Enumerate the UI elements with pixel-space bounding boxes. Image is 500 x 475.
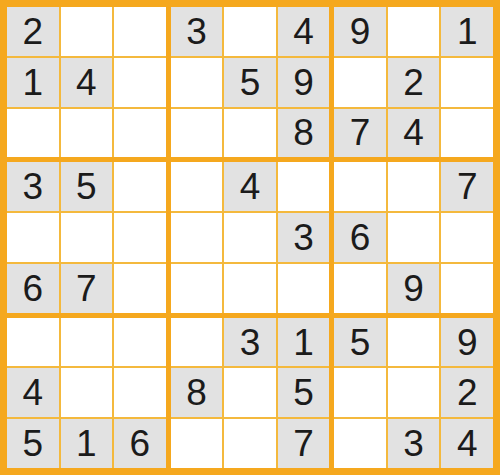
sudoku-block-8: 31857 bbox=[171, 318, 330, 468]
cell-r2c5: 5 bbox=[224, 58, 276, 107]
cell-r5c2[interactable] bbox=[61, 213, 113, 262]
cell-r4c5: 4 bbox=[224, 162, 276, 211]
cell-r9c4[interactable] bbox=[171, 419, 223, 468]
cell-r5c1[interactable] bbox=[7, 213, 59, 262]
cell-r8c9: 2 bbox=[441, 368, 493, 417]
sudoku-block-6: 769 bbox=[334, 162, 493, 312]
cell-r7c4[interactable] bbox=[171, 318, 223, 367]
cell-r5c5[interactable] bbox=[224, 213, 276, 262]
cell-r1c4: 3 bbox=[171, 7, 223, 56]
cell-r1c7: 9 bbox=[334, 7, 386, 56]
cell-r7c9: 9 bbox=[441, 318, 493, 367]
cell-r3c8: 4 bbox=[388, 109, 440, 158]
cell-r4c9: 7 bbox=[441, 162, 493, 211]
cell-r4c1: 3 bbox=[7, 162, 59, 211]
cell-r7c6: 1 bbox=[278, 318, 330, 367]
cell-r2c4[interactable] bbox=[171, 58, 223, 107]
cell-r3c5[interactable] bbox=[224, 109, 276, 158]
cell-r3c2[interactable] bbox=[61, 109, 113, 158]
cell-r1c2[interactable] bbox=[61, 7, 113, 56]
cell-r4c6[interactable] bbox=[278, 162, 330, 211]
cell-r5c8[interactable] bbox=[388, 213, 440, 262]
cell-r1c1: 2 bbox=[7, 7, 59, 56]
cell-r3c1[interactable] bbox=[7, 109, 59, 158]
cell-r3c7: 7 bbox=[334, 109, 386, 158]
cell-r7c1[interactable] bbox=[7, 318, 59, 367]
cell-r1c8[interactable] bbox=[388, 7, 440, 56]
cell-r6c6[interactable] bbox=[278, 264, 330, 313]
cell-r4c7[interactable] bbox=[334, 162, 386, 211]
cell-r3c6: 8 bbox=[278, 109, 330, 158]
sudoku-board: 214345989127435674376945163185759234 bbox=[0, 0, 500, 475]
cell-r7c7: 5 bbox=[334, 318, 386, 367]
cell-r5c9[interactable] bbox=[441, 213, 493, 262]
cell-r1c9: 1 bbox=[441, 7, 493, 56]
cell-r1c5[interactable] bbox=[224, 7, 276, 56]
cell-r6c4[interactable] bbox=[171, 264, 223, 313]
cell-r8c3[interactable] bbox=[114, 368, 166, 417]
cell-r3c9[interactable] bbox=[441, 109, 493, 158]
sudoku-block-9: 59234 bbox=[334, 318, 493, 468]
cell-r6c8: 9 bbox=[388, 264, 440, 313]
cell-r8c7[interactable] bbox=[334, 368, 386, 417]
cell-r4c2: 5 bbox=[61, 162, 113, 211]
cell-r2c7[interactable] bbox=[334, 58, 386, 107]
sudoku-block-4: 3567 bbox=[7, 162, 166, 312]
cell-r8c6: 5 bbox=[278, 368, 330, 417]
cell-r7c8[interactable] bbox=[388, 318, 440, 367]
cell-r4c8[interactable] bbox=[388, 162, 440, 211]
sudoku-block-7: 4516 bbox=[7, 318, 166, 468]
cell-r9c3: 6 bbox=[114, 419, 166, 468]
cell-r6c7[interactable] bbox=[334, 264, 386, 313]
cell-r2c6: 9 bbox=[278, 58, 330, 107]
cell-r9c5[interactable] bbox=[224, 419, 276, 468]
cell-r9c1: 5 bbox=[7, 419, 59, 468]
cell-r7c5: 3 bbox=[224, 318, 276, 367]
cell-r2c8: 2 bbox=[388, 58, 440, 107]
cell-r3c3[interactable] bbox=[114, 109, 166, 158]
cell-r9c6: 7 bbox=[278, 419, 330, 468]
cell-r5c6: 3 bbox=[278, 213, 330, 262]
sudoku-block-2: 34598 bbox=[171, 7, 330, 157]
cell-r8c1: 4 bbox=[7, 368, 59, 417]
cell-r2c3[interactable] bbox=[114, 58, 166, 107]
cell-r6c3[interactable] bbox=[114, 264, 166, 313]
cell-r2c1: 1 bbox=[7, 58, 59, 107]
cell-r5c7: 6 bbox=[334, 213, 386, 262]
cell-r9c7[interactable] bbox=[334, 419, 386, 468]
cell-r6c2: 7 bbox=[61, 264, 113, 313]
cell-r1c3[interactable] bbox=[114, 7, 166, 56]
cell-r6c5[interactable] bbox=[224, 264, 276, 313]
cell-r8c5[interactable] bbox=[224, 368, 276, 417]
cell-r5c3[interactable] bbox=[114, 213, 166, 262]
cell-r8c8[interactable] bbox=[388, 368, 440, 417]
cell-r9c8: 3 bbox=[388, 419, 440, 468]
cell-r4c3[interactable] bbox=[114, 162, 166, 211]
sudoku-block-3: 91274 bbox=[334, 7, 493, 157]
cell-r3c4[interactable] bbox=[171, 109, 223, 158]
cell-r4c4[interactable] bbox=[171, 162, 223, 211]
cell-r8c4: 8 bbox=[171, 368, 223, 417]
sudoku-block-5: 43 bbox=[171, 162, 330, 312]
cell-r8c2[interactable] bbox=[61, 368, 113, 417]
sudoku-block-1: 214 bbox=[7, 7, 166, 157]
cell-r6c1: 6 bbox=[7, 264, 59, 313]
cell-r5c4[interactable] bbox=[171, 213, 223, 262]
cell-r9c2: 1 bbox=[61, 419, 113, 468]
cell-r7c3[interactable] bbox=[114, 318, 166, 367]
cell-r1c6: 4 bbox=[278, 7, 330, 56]
cell-r9c9: 4 bbox=[441, 419, 493, 468]
cell-r2c9[interactable] bbox=[441, 58, 493, 107]
cell-r6c9[interactable] bbox=[441, 264, 493, 313]
cell-r7c2[interactable] bbox=[61, 318, 113, 367]
cell-r2c2: 4 bbox=[61, 58, 113, 107]
